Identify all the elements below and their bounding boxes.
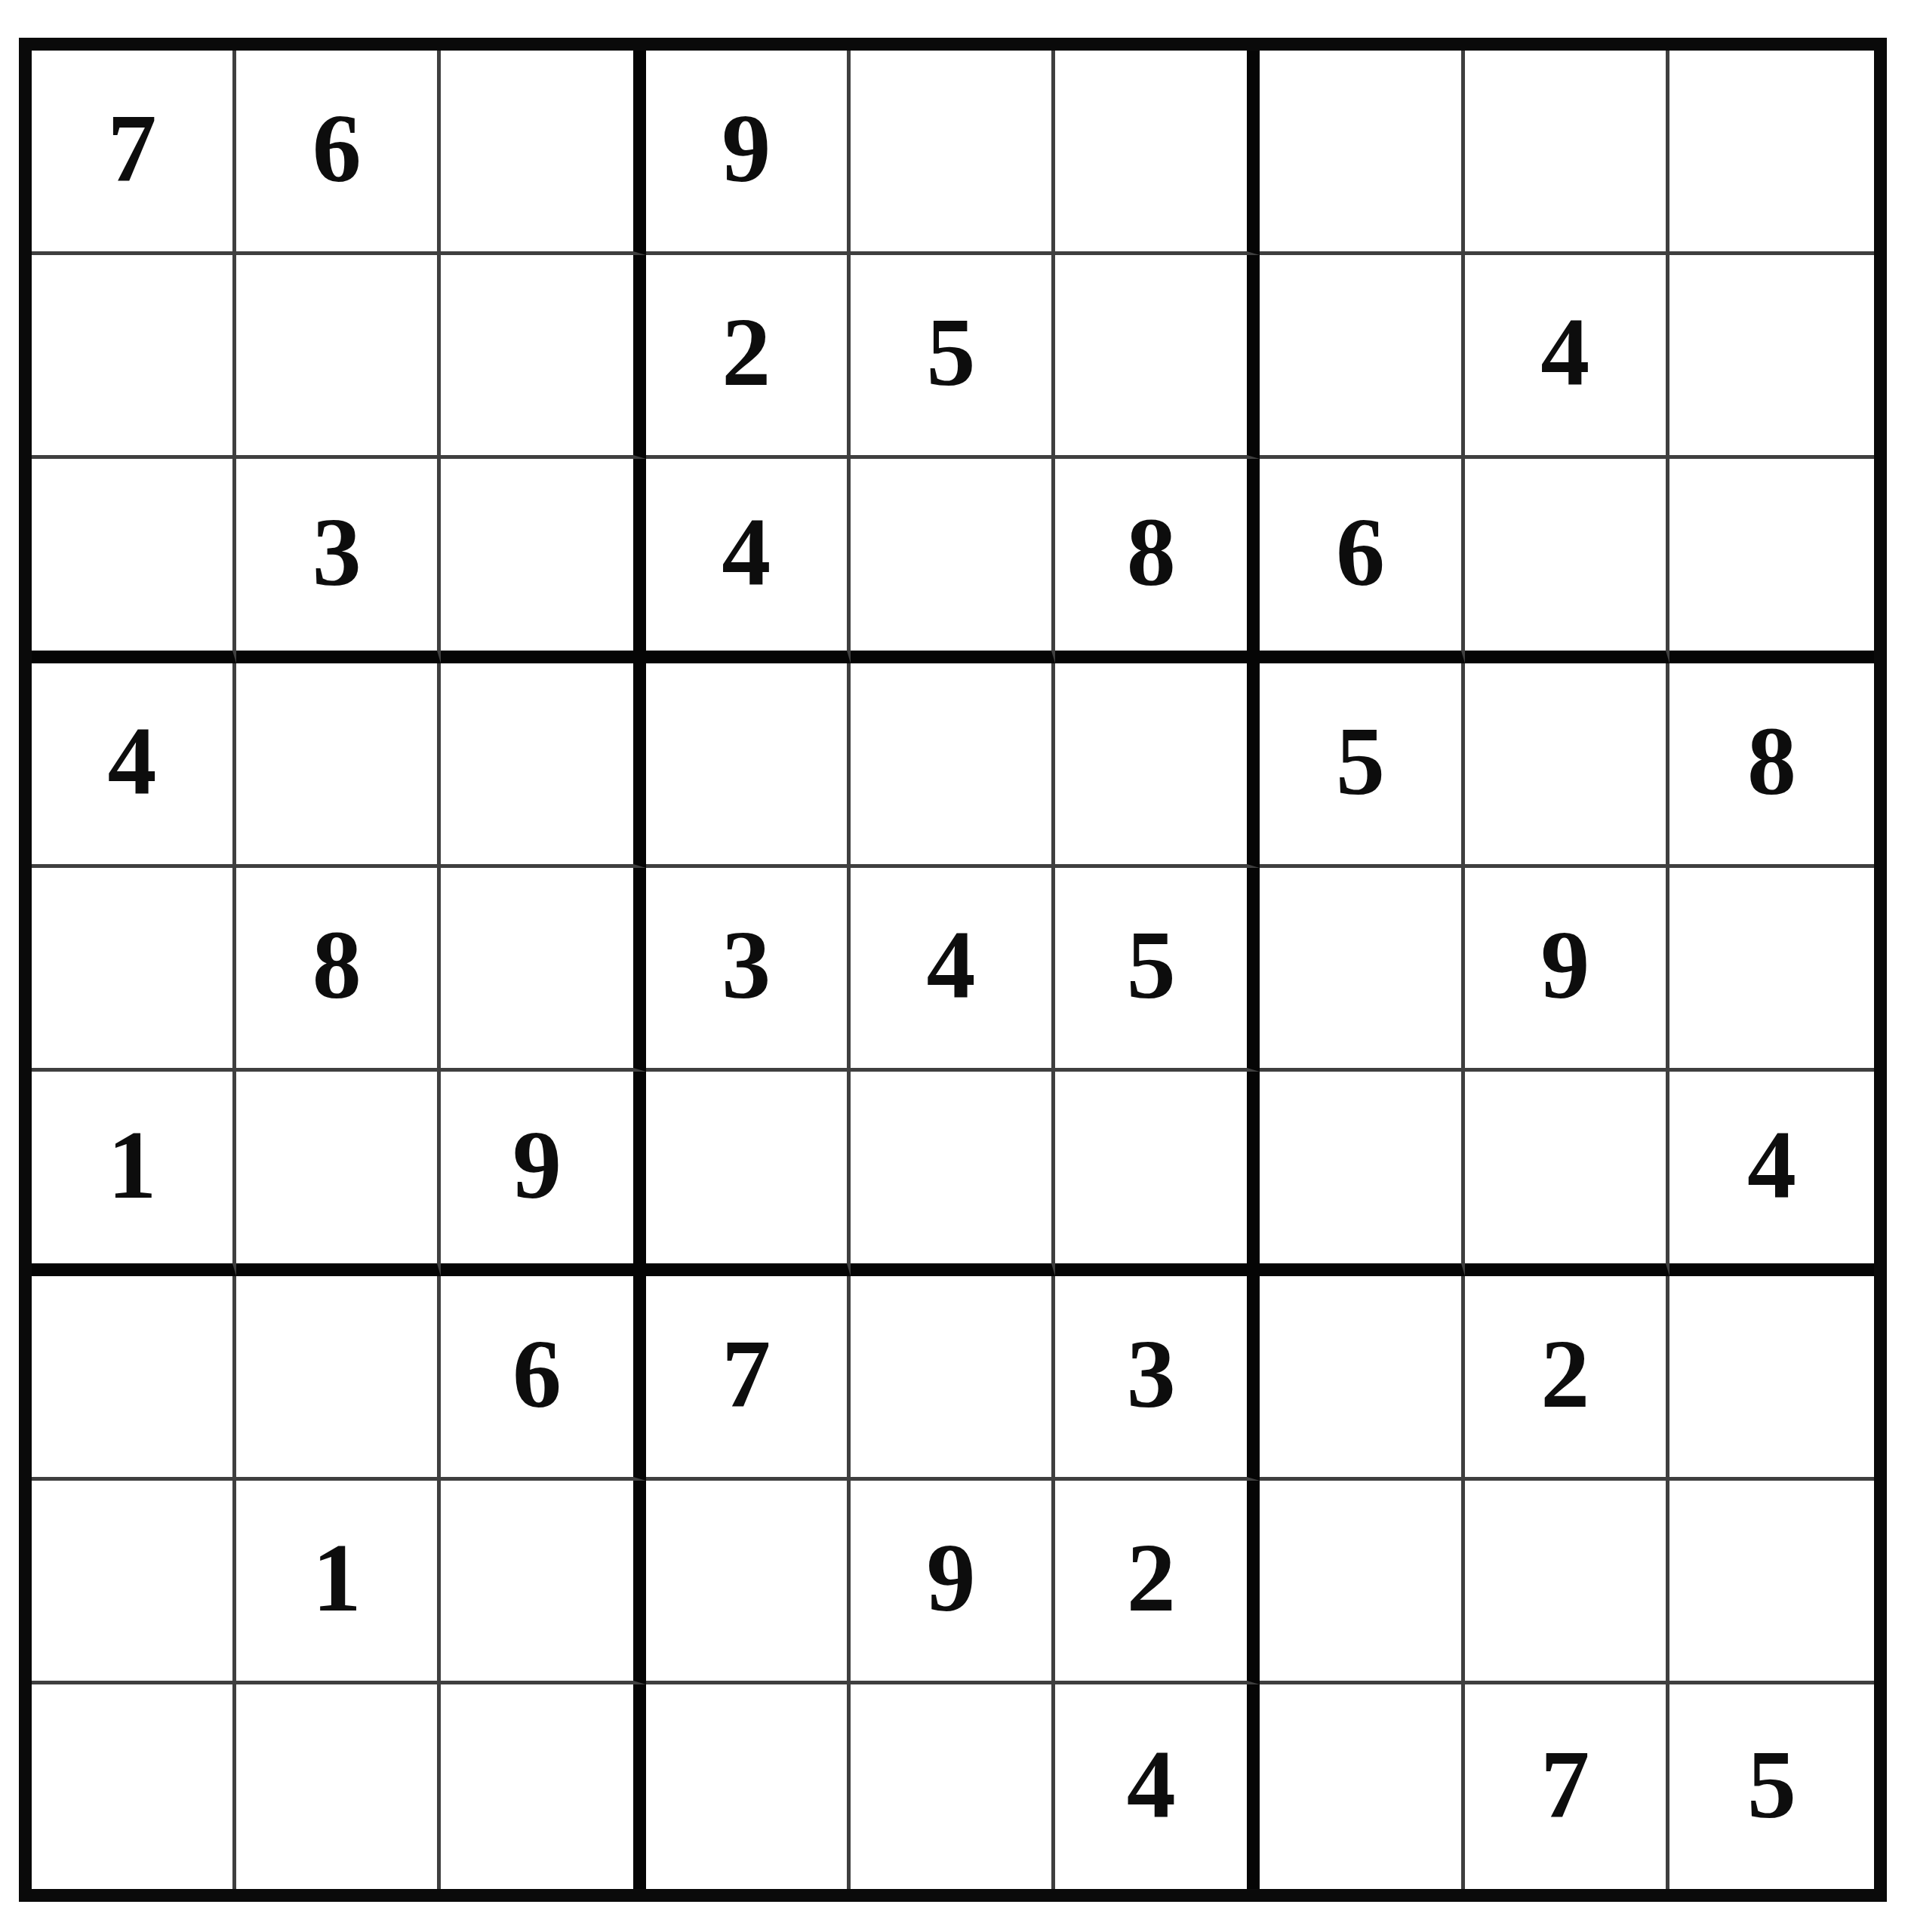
cell-digit: 8 <box>1747 712 1796 810</box>
cell-digit: 8 <box>1127 503 1176 601</box>
cell-r6c8[interactable] <box>1465 1072 1669 1276</box>
cell-r7c8[interactable]: 2 <box>1465 1276 1669 1481</box>
cell-r2c1[interactable] <box>32 255 236 460</box>
cell-r9c7[interactable] <box>1260 1684 1464 1889</box>
cell-r2c9[interactable] <box>1669 255 1874 460</box>
cell-r5c8[interactable]: 9 <box>1465 868 1669 1072</box>
cell-digit: 5 <box>1127 915 1176 1014</box>
cell-digit: 6 <box>312 99 362 197</box>
cell-r9c8[interactable]: 7 <box>1465 1684 1669 1889</box>
cell-r1c9[interactable] <box>1669 51 1874 255</box>
cell-r3c2[interactable]: 3 <box>236 459 441 663</box>
cell-digit: 9 <box>722 99 771 197</box>
cell-r1c3[interactable] <box>441 51 645 255</box>
cell-r7c3[interactable]: 6 <box>441 1276 645 1481</box>
cell-digit: 3 <box>1127 1324 1176 1423</box>
cell-r9c1[interactable] <box>32 1684 236 1889</box>
cell-digit: 1 <box>312 1528 362 1626</box>
cell-r8c8[interactable] <box>1465 1481 1669 1685</box>
cell-r4c6[interactable] <box>1055 663 1260 868</box>
cell-r4c7[interactable]: 5 <box>1260 663 1464 868</box>
cell-r5c2[interactable]: 8 <box>236 868 441 1072</box>
cell-r4c9[interactable]: 8 <box>1669 663 1874 868</box>
cell-r7c1[interactable] <box>32 1276 236 1481</box>
cell-r9c5[interactable] <box>851 1684 1055 1889</box>
cell-r1c1[interactable]: 7 <box>32 51 236 255</box>
cell-r5c4[interactable]: 3 <box>646 868 851 1072</box>
cell-digit: 7 <box>108 99 157 197</box>
cell-digit: 6 <box>1336 503 1385 601</box>
cell-digit: 4 <box>1540 303 1589 401</box>
cell-r9c4[interactable] <box>646 1684 851 1889</box>
cell-r1c2[interactable]: 6 <box>236 51 441 255</box>
cell-r4c2[interactable] <box>236 663 441 868</box>
cell-r5c9[interactable] <box>1669 868 1874 1072</box>
cell-r3c8[interactable] <box>1465 459 1669 663</box>
cell-digit: 5 <box>1336 712 1385 810</box>
cell-r5c6[interactable]: 5 <box>1055 868 1260 1072</box>
cell-r5c3[interactable] <box>441 868 645 1072</box>
cell-r4c3[interactable] <box>441 663 645 868</box>
cell-r5c1[interactable] <box>32 868 236 1072</box>
cell-r5c7[interactable] <box>1260 868 1464 1072</box>
cell-digit: 4 <box>926 915 975 1014</box>
cell-r4c8[interactable] <box>1465 663 1669 868</box>
cell-r1c8[interactable] <box>1465 51 1669 255</box>
cell-r3c9[interactable] <box>1669 459 1874 663</box>
cell-r2c8[interactable]: 4 <box>1465 255 1669 460</box>
cell-r6c2[interactable] <box>236 1072 441 1276</box>
cell-r7c6[interactable]: 3 <box>1055 1276 1260 1481</box>
cell-digit: 7 <box>722 1324 771 1423</box>
cell-r9c2[interactable] <box>236 1684 441 1889</box>
cell-r3c5[interactable] <box>851 459 1055 663</box>
cell-r5c5[interactable]: 4 <box>851 868 1055 1072</box>
cell-r8c4[interactable] <box>646 1481 851 1685</box>
cell-r4c5[interactable] <box>851 663 1055 868</box>
cell-digit: 4 <box>722 503 771 601</box>
cell-r1c6[interactable] <box>1055 51 1260 255</box>
cell-r3c3[interactable] <box>441 459 645 663</box>
cell-digit: 2 <box>1127 1528 1176 1626</box>
cell-digit: 5 <box>1747 1735 1796 1833</box>
cell-digit: 9 <box>512 1115 562 1214</box>
cell-r2c6[interactable] <box>1055 255 1260 460</box>
cell-r6c6[interactable] <box>1055 1072 1260 1276</box>
cell-r8c5[interactable]: 9 <box>851 1481 1055 1685</box>
cell-digit: 2 <box>722 303 771 401</box>
cell-r9c9[interactable]: 5 <box>1669 1684 1874 1889</box>
cell-r8c2[interactable]: 1 <box>236 1481 441 1685</box>
cell-r6c4[interactable] <box>646 1072 851 1276</box>
cell-digit: 3 <box>312 503 362 601</box>
cell-r2c3[interactable] <box>441 255 645 460</box>
cell-digit: 9 <box>926 1528 975 1626</box>
cell-r4c1[interactable]: 4 <box>32 663 236 868</box>
cell-r6c5[interactable] <box>851 1072 1055 1276</box>
cell-digit: 7 <box>1540 1735 1589 1833</box>
cell-digit: 3 <box>722 915 771 1014</box>
cell-r2c5[interactable]: 5 <box>851 255 1055 460</box>
cell-r2c7[interactable] <box>1260 255 1464 460</box>
cell-r9c3[interactable] <box>441 1684 645 1889</box>
cell-r6c9[interactable]: 4 <box>1669 1072 1874 1276</box>
cell-r8c6[interactable]: 2 <box>1055 1481 1260 1685</box>
cell-r4c4[interactable] <box>646 663 851 868</box>
cell-r2c2[interactable] <box>236 255 441 460</box>
cell-r3c1[interactable] <box>32 459 236 663</box>
cell-digit: 8 <box>312 915 362 1014</box>
cell-digit: 2 <box>1540 1324 1589 1423</box>
cell-digit: 9 <box>1540 915 1589 1014</box>
cell-r3c7[interactable]: 6 <box>1260 459 1464 663</box>
cell-r7c5[interactable] <box>851 1276 1055 1481</box>
cell-r8c7[interactable] <box>1260 1481 1464 1685</box>
sudoku-board: 7692543486458834591946732192475 <box>19 38 1887 1902</box>
cell-r7c9[interactable] <box>1669 1276 1874 1481</box>
cell-r3c4[interactable]: 4 <box>646 459 851 663</box>
cell-digit: 4 <box>1747 1115 1796 1214</box>
cell-r6c3[interactable]: 9 <box>441 1072 645 1276</box>
cell-r7c2[interactable] <box>236 1276 441 1481</box>
cell-digit: 5 <box>926 303 975 401</box>
cell-digit: 6 <box>512 1324 562 1423</box>
cell-r6c1[interactable]: 1 <box>32 1072 236 1276</box>
cell-r8c3[interactable] <box>441 1481 645 1685</box>
cell-r2c4[interactable]: 2 <box>646 255 851 460</box>
cell-digit: 4 <box>108 712 157 810</box>
cell-r1c7[interactable] <box>1260 51 1464 255</box>
cell-r1c4[interactable]: 9 <box>646 51 851 255</box>
cell-digit: 4 <box>1127 1735 1176 1833</box>
cell-r8c1[interactable] <box>32 1481 236 1685</box>
cell-r1c5[interactable] <box>851 51 1055 255</box>
cell-r8c9[interactable] <box>1669 1481 1874 1685</box>
cell-r9c6[interactable]: 4 <box>1055 1684 1260 1889</box>
cell-r7c4[interactable]: 7 <box>646 1276 851 1481</box>
cell-r6c7[interactable] <box>1260 1072 1464 1276</box>
cell-r7c7[interactable] <box>1260 1276 1464 1481</box>
cell-digit: 1 <box>108 1115 157 1214</box>
cell-r3c6[interactable]: 8 <box>1055 459 1260 663</box>
